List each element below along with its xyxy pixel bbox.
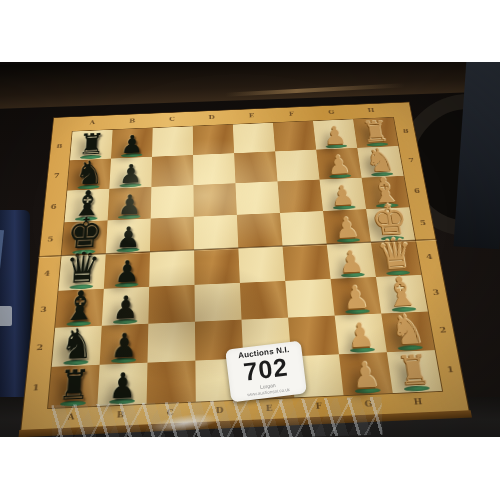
square-f4 <box>283 244 331 281</box>
piece-black-pawn: ♟ <box>114 257 140 288</box>
rank-label-4: 4 <box>35 255 59 291</box>
square-b2: ♟ <box>100 324 149 365</box>
square-d5 <box>194 215 239 250</box>
piece-white-pawn: ♟ <box>333 214 361 243</box>
piece-white-pawn: ♟ <box>326 152 352 179</box>
piece-white-pawn: ♟ <box>322 123 348 148</box>
square-h2: ♞ <box>381 312 434 353</box>
square-d7 <box>193 153 235 185</box>
square-d4 <box>194 248 240 285</box>
square-f8 <box>273 121 316 151</box>
square-e8 <box>233 123 275 153</box>
piece-black-rook: ♜ <box>57 365 91 407</box>
square-g5: ♟ <box>323 209 371 244</box>
square-g7: ♟ <box>316 148 361 180</box>
square-c2 <box>147 322 195 363</box>
square-c5 <box>150 217 194 252</box>
square-g8: ♟ <box>313 119 357 149</box>
square-c6 <box>151 185 194 218</box>
square-b8: ♟ <box>111 128 153 159</box>
piece-white-pawn: ♟ <box>329 182 356 210</box>
piece-white-rook: ♜ <box>395 350 433 392</box>
file-label-d: D <box>192 110 232 124</box>
piece-black-knight: ♞ <box>59 323 95 366</box>
rank-label-3: 3 <box>31 290 56 328</box>
square-f5 <box>280 211 327 246</box>
square-e3 <box>240 281 288 320</box>
piece-white-pawn: ♟ <box>350 358 382 394</box>
square-c8 <box>152 126 193 156</box>
square-g1: ♟ <box>339 352 393 395</box>
square-b7: ♟ <box>109 157 152 189</box>
file-label-f: F <box>271 107 312 121</box>
piece-black-pawn: ♟ <box>120 132 144 158</box>
rank-label-7: 7 <box>46 160 68 191</box>
piece-white-pawn: ♟ <box>346 319 377 353</box>
square-b5: ♟ <box>106 219 151 254</box>
square-b6: ♟ <box>108 187 152 221</box>
square-a1: ♜ <box>48 365 100 408</box>
square-e5 <box>237 213 283 248</box>
square-c4 <box>149 250 194 287</box>
piece-white-knight: ♞ <box>388 308 428 351</box>
square-c7 <box>151 155 193 187</box>
square-g2: ♟ <box>335 314 387 355</box>
screenshot-canvas: ABCDEFGH ABCDEFGH 87654321 87654321 ♜♟♟♜… <box>0 0 500 500</box>
square-d6 <box>193 183 236 216</box>
square-d3 <box>195 283 242 322</box>
file-label-c: C <box>152 112 192 126</box>
piece-black-pawn: ♟ <box>108 368 136 404</box>
square-g3: ♟ <box>331 277 382 316</box>
square-f3 <box>285 279 334 318</box>
square-a2: ♞ <box>52 326 102 367</box>
rank-label-1: 1 <box>23 366 49 408</box>
file-label-b: B <box>112 114 152 128</box>
piece-black-pawn: ♟ <box>116 223 141 253</box>
rank-label-5: 5 <box>39 222 62 256</box>
square-c1 <box>147 361 196 404</box>
piece-black-pawn: ♟ <box>117 191 142 219</box>
piece-black-pawn: ♟ <box>110 329 138 363</box>
square-g4: ♟ <box>327 242 376 279</box>
book-highlight <box>0 230 4 270</box>
piece-black-pawn: ♟ <box>112 292 139 325</box>
piece-white-pawn: ♟ <box>341 282 371 314</box>
piece-white-pawn: ♟ <box>337 247 366 278</box>
square-e6 <box>235 181 279 214</box>
square-h1: ♜ <box>387 350 442 393</box>
square-b3: ♟ <box>102 287 149 326</box>
rank-label-2: 2 <box>27 327 53 367</box>
rank-label-8: 8 <box>49 131 70 161</box>
auction-photo: ABCDEFGH ABCDEFGH 87654321 87654321 ♜♟♟♜… <box>0 62 500 437</box>
square-f6 <box>277 180 323 213</box>
file-label-h: H <box>392 391 445 413</box>
square-c3 <box>148 285 195 324</box>
book-label <box>0 306 12 326</box>
square-b1: ♟ <box>97 363 147 406</box>
file-label-e: E <box>231 108 272 122</box>
square-b4: ♟ <box>104 252 150 289</box>
square-d8 <box>193 125 234 155</box>
piece-black-pawn: ♟ <box>119 161 143 188</box>
auction-sticker: Auctions N.I. 702 Lurgan www.auctionsni.… <box>225 341 307 402</box>
wooden-box-lid <box>0 62 500 109</box>
rank-label-6: 6 <box>42 190 65 223</box>
square-f7 <box>275 150 319 182</box>
square-g6: ♟ <box>320 178 367 211</box>
file-label-g: G <box>311 105 352 119</box>
square-e4 <box>238 246 285 283</box>
square-e7 <box>234 151 277 183</box>
